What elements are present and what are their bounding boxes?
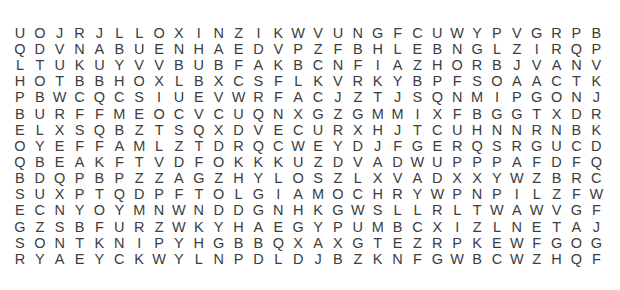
- grid-cell[interactable]: Q: [50, 170, 70, 186]
- grid-cell[interactable]: K: [586, 122, 606, 138]
- grid-cell[interactable]: N: [209, 251, 229, 267]
- grid-cell[interactable]: T: [149, 122, 169, 138]
- grid-cell[interactable]: O: [149, 106, 169, 122]
- grid-cell[interactable]: N: [169, 41, 189, 57]
- grid-cell[interactable]: V: [50, 41, 70, 57]
- grid-cell[interactable]: A: [109, 138, 129, 154]
- grid-cell[interactable]: M: [368, 219, 388, 235]
- grid-cell[interactable]: M: [388, 106, 408, 122]
- grid-cell[interactable]: C: [408, 219, 428, 235]
- grid-cell[interactable]: R: [467, 57, 487, 73]
- grid-cell[interactable]: G: [586, 235, 606, 251]
- grid-cell[interactable]: Y: [109, 203, 129, 219]
- grid-cell[interactable]: E: [427, 138, 447, 154]
- grid-cell[interactable]: C: [567, 138, 587, 154]
- grid-cell[interactable]: A: [288, 186, 308, 202]
- grid-cell[interactable]: D: [229, 203, 249, 219]
- grid-cell[interactable]: O: [567, 235, 587, 251]
- grid-cell[interactable]: I: [487, 90, 507, 106]
- grid-cell[interactable]: P: [447, 186, 467, 202]
- grid-cell[interactable]: A: [308, 235, 328, 251]
- grid-cell[interactable]: T: [30, 57, 50, 73]
- grid-cell[interactable]: P: [447, 154, 467, 170]
- grid-cell[interactable]: X: [149, 73, 169, 89]
- grid-cell[interactable]: F: [90, 138, 110, 154]
- grid-cell[interactable]: P: [467, 154, 487, 170]
- grid-cell[interactable]: C: [109, 90, 129, 106]
- grid-cell[interactable]: G: [348, 106, 368, 122]
- grid-cell[interactable]: K: [467, 235, 487, 251]
- grid-cell[interactable]: B: [189, 73, 209, 89]
- grid-cell[interactable]: W: [447, 25, 467, 41]
- grid-cell[interactable]: A: [209, 41, 229, 57]
- grid-cell[interactable]: B: [229, 235, 249, 251]
- grid-cell[interactable]: B: [90, 73, 110, 89]
- grid-cell[interactable]: A: [408, 170, 428, 186]
- grid-cell[interactable]: K: [268, 25, 288, 41]
- grid-cell[interactable]: P: [447, 235, 467, 251]
- grid-cell[interactable]: Z: [308, 154, 328, 170]
- grid-cell[interactable]: K: [308, 203, 328, 219]
- grid-cell[interactable]: G: [547, 235, 567, 251]
- grid-cell[interactable]: E: [129, 106, 149, 122]
- grid-cell[interactable]: V: [249, 122, 269, 138]
- grid-cell[interactable]: X: [427, 219, 447, 235]
- grid-cell[interactable]: B: [467, 106, 487, 122]
- grid-cell[interactable]: D: [249, 251, 269, 267]
- grid-cell[interactable]: Z: [348, 90, 368, 106]
- grid-cell[interactable]: Q: [90, 90, 110, 106]
- grid-cell[interactable]: I: [408, 106, 428, 122]
- grid-cell[interactable]: C: [209, 106, 229, 122]
- grid-cell[interactable]: E: [527, 219, 547, 235]
- grid-cell[interactable]: Z: [467, 219, 487, 235]
- grid-cell[interactable]: B: [10, 106, 30, 122]
- grid-cell[interactable]: M: [129, 138, 149, 154]
- grid-cell[interactable]: F: [586, 203, 606, 219]
- grid-cell[interactable]: I: [507, 186, 527, 202]
- grid-cell[interactable]: A: [388, 57, 408, 73]
- grid-cell[interactable]: C: [308, 57, 328, 73]
- grid-cell[interactable]: A: [368, 154, 388, 170]
- grid-cell[interactable]: W: [507, 235, 527, 251]
- grid-cell[interactable]: D: [209, 203, 229, 219]
- grid-cell[interactable]: U: [427, 154, 447, 170]
- grid-cell[interactable]: H: [10, 73, 30, 89]
- grid-cell[interactable]: A: [90, 41, 110, 57]
- grid-cell[interactable]: J: [388, 122, 408, 138]
- grid-cell[interactable]: M: [368, 106, 388, 122]
- grid-cell[interactable]: M: [129, 203, 149, 219]
- grid-cell[interactable]: N: [189, 203, 209, 219]
- grid-cell[interactable]: W: [487, 203, 507, 219]
- grid-cell[interactable]: K: [368, 251, 388, 267]
- grid-cell[interactable]: E: [50, 154, 70, 170]
- grid-cell[interactable]: S: [129, 90, 149, 106]
- grid-cell[interactable]: P: [70, 186, 90, 202]
- grid-cell[interactable]: C: [586, 170, 606, 186]
- grid-cell[interactable]: Z: [209, 170, 229, 186]
- grid-cell[interactable]: P: [70, 170, 90, 186]
- grid-cell[interactable]: E: [149, 41, 169, 57]
- grid-cell[interactable]: T: [189, 186, 209, 202]
- grid-cell[interactable]: G: [408, 138, 428, 154]
- grid-cell[interactable]: N: [348, 25, 368, 41]
- grid-cell[interactable]: K: [586, 73, 606, 89]
- grid-cell[interactable]: G: [467, 41, 487, 57]
- grid-cell[interactable]: I: [527, 41, 547, 57]
- grid-cell[interactable]: R: [50, 106, 70, 122]
- grid-cell[interactable]: B: [70, 73, 90, 89]
- grid-cell[interactable]: H: [229, 170, 249, 186]
- grid-cell[interactable]: P: [10, 90, 30, 106]
- grid-cell[interactable]: A: [249, 219, 269, 235]
- grid-cell[interactable]: O: [149, 25, 169, 41]
- grid-cell[interactable]: W: [527, 203, 547, 219]
- grid-cell[interactable]: Y: [70, 203, 90, 219]
- grid-cell[interactable]: S: [249, 73, 269, 89]
- grid-cell[interactable]: F: [90, 219, 110, 235]
- grid-cell[interactable]: X: [50, 186, 70, 202]
- grid-cell[interactable]: U: [129, 41, 149, 57]
- grid-cell[interactable]: B: [567, 122, 587, 138]
- grid-cell[interactable]: P: [487, 25, 507, 41]
- grid-cell[interactable]: J: [388, 90, 408, 106]
- grid-cell[interactable]: P: [567, 25, 587, 41]
- grid-cell[interactable]: J: [90, 25, 110, 41]
- grid-cell[interactable]: B: [209, 57, 229, 73]
- grid-cell[interactable]: O: [30, 73, 50, 89]
- grid-cell[interactable]: K: [268, 57, 288, 73]
- grid-cell[interactable]: Y: [90, 251, 110, 267]
- grid-cell[interactable]: W: [229, 90, 249, 106]
- grid-cell[interactable]: X: [547, 106, 567, 122]
- grid-cell[interactable]: X: [50, 122, 70, 138]
- grid-cell[interactable]: X: [169, 25, 189, 41]
- grid-cell[interactable]: A: [547, 57, 567, 73]
- grid-cell[interactable]: H: [109, 73, 129, 89]
- grid-cell[interactable]: T: [368, 235, 388, 251]
- grid-cell[interactable]: V: [547, 203, 567, 219]
- grid-cell[interactable]: A: [249, 57, 269, 73]
- grid-cell[interactable]: O: [547, 90, 567, 106]
- grid-cell[interactable]: K: [90, 235, 110, 251]
- grid-cell[interactable]: L: [30, 122, 50, 138]
- grid-cell[interactable]: R: [10, 251, 30, 267]
- grid-cell[interactable]: V: [348, 154, 368, 170]
- grid-cell[interactable]: U: [308, 122, 328, 138]
- grid-cell[interactable]: O: [10, 138, 30, 154]
- grid-cell[interactable]: D: [388, 154, 408, 170]
- grid-cell[interactable]: F: [447, 106, 467, 122]
- grid-cell[interactable]: P: [328, 219, 348, 235]
- grid-cell[interactable]: C: [70, 90, 90, 106]
- grid-cell[interactable]: E: [70, 251, 90, 267]
- grid-cell[interactable]: F: [229, 57, 249, 73]
- grid-cell[interactable]: Y: [169, 235, 189, 251]
- grid-cell[interactable]: Y: [209, 219, 229, 235]
- grid-cell[interactable]: F: [268, 90, 288, 106]
- grid-cell[interactable]: T: [408, 122, 428, 138]
- grid-cell[interactable]: Z: [527, 251, 547, 267]
- grid-cell[interactable]: Q: [567, 41, 587, 57]
- grid-cell[interactable]: L: [268, 170, 288, 186]
- grid-cell[interactable]: V: [388, 170, 408, 186]
- grid-cell[interactable]: G: [527, 138, 547, 154]
- grid-cell[interactable]: F: [348, 57, 368, 73]
- grid-cell[interactable]: S: [10, 186, 30, 202]
- grid-cell[interactable]: U: [10, 25, 30, 41]
- grid-cell[interactable]: E: [308, 138, 328, 154]
- grid-cell[interactable]: C: [109, 251, 129, 267]
- grid-cell[interactable]: U: [348, 219, 368, 235]
- grid-cell[interactable]: L: [149, 138, 169, 154]
- grid-cell[interactable]: A: [527, 73, 547, 89]
- grid-cell[interactable]: D: [586, 138, 606, 154]
- grid-cell[interactable]: J: [308, 251, 328, 267]
- grid-cell[interactable]: N: [209, 25, 229, 41]
- grid-cell[interactable]: P: [586, 41, 606, 57]
- grid-cell[interactable]: N: [507, 122, 527, 138]
- grid-cell[interactable]: U: [109, 219, 129, 235]
- grid-cell[interactable]: B: [10, 170, 30, 186]
- grid-cell[interactable]: W: [288, 138, 308, 154]
- grid-cell[interactable]: Y: [388, 73, 408, 89]
- grid-cell[interactable]: E: [10, 203, 30, 219]
- grid-cell[interactable]: E: [10, 122, 30, 138]
- grid-cell[interactable]: M: [467, 90, 487, 106]
- grid-cell[interactable]: Q: [249, 106, 269, 122]
- grid-cell[interactable]: I: [268, 186, 288, 202]
- grid-cell[interactable]: U: [288, 154, 308, 170]
- grid-cell[interactable]: U: [30, 106, 50, 122]
- grid-cell[interactable]: P: [109, 170, 129, 186]
- grid-cell[interactable]: W: [408, 154, 428, 170]
- grid-cell[interactable]: G: [209, 235, 229, 251]
- grid-cell[interactable]: D: [30, 41, 50, 57]
- grid-cell[interactable]: H: [189, 235, 209, 251]
- grid-cell[interactable]: I: [368, 57, 388, 73]
- grid-cell[interactable]: D: [348, 138, 368, 154]
- grid-cell[interactable]: S: [408, 90, 428, 106]
- grid-cell[interactable]: J: [368, 138, 388, 154]
- grid-cell[interactable]: N: [268, 203, 288, 219]
- grid-cell[interactable]: A: [507, 73, 527, 89]
- grid-cell[interactable]: H: [288, 203, 308, 219]
- grid-cell[interactable]: V: [149, 154, 169, 170]
- grid-cell[interactable]: B: [109, 41, 129, 57]
- grid-cell[interactable]: R: [388, 186, 408, 202]
- grid-cell[interactable]: S: [308, 170, 328, 186]
- grid-cell[interactable]: S: [50, 219, 70, 235]
- grid-cell[interactable]: O: [487, 73, 507, 89]
- grid-cell[interactable]: C: [408, 25, 428, 41]
- grid-cell[interactable]: N: [487, 122, 507, 138]
- grid-cell[interactable]: U: [328, 25, 348, 41]
- grid-cell[interactable]: P: [288, 41, 308, 57]
- grid-cell[interactable]: Y: [308, 219, 328, 235]
- grid-cell[interactable]: N: [567, 90, 587, 106]
- grid-cell[interactable]: C: [169, 106, 189, 122]
- grid-cell[interactable]: B: [586, 25, 606, 41]
- grid-cell[interactable]: X: [328, 235, 348, 251]
- grid-cell[interactable]: J: [586, 90, 606, 106]
- grid-cell[interactable]: D: [169, 154, 189, 170]
- grid-cell[interactable]: D: [427, 170, 447, 186]
- grid-cell[interactable]: B: [427, 41, 447, 57]
- grid-cell[interactable]: T: [90, 186, 110, 202]
- grid-cell[interactable]: H: [427, 57, 447, 73]
- grid-cell[interactable]: N: [388, 251, 408, 267]
- grid-cell[interactable]: K: [70, 57, 90, 73]
- grid-cell[interactable]: Q: [10, 154, 30, 170]
- grid-cell[interactable]: O: [447, 57, 467, 73]
- grid-cell[interactable]: L: [129, 25, 149, 41]
- grid-cell[interactable]: Z: [30, 219, 50, 235]
- grid-cell[interactable]: B: [328, 251, 348, 267]
- grid-cell[interactable]: O: [209, 154, 229, 170]
- grid-cell[interactable]: G: [567, 203, 587, 219]
- grid-cell[interactable]: Q: [427, 90, 447, 106]
- grid-cell[interactable]: H: [368, 41, 388, 57]
- grid-cell[interactable]: N: [50, 203, 70, 219]
- grid-cell[interactable]: N: [567, 57, 587, 73]
- grid-cell[interactable]: E: [408, 41, 428, 57]
- grid-cell[interactable]: F: [90, 106, 110, 122]
- grid-cell[interactable]: G: [487, 106, 507, 122]
- grid-cell[interactable]: Q: [586, 154, 606, 170]
- grid-cell[interactable]: A: [169, 170, 189, 186]
- grid-cell[interactable]: H: [368, 122, 388, 138]
- grid-cell[interactable]: E: [487, 235, 507, 251]
- grid-cell[interactable]: M: [308, 186, 328, 202]
- grid-cell[interactable]: U: [30, 186, 50, 202]
- grid-cell[interactable]: D: [567, 106, 587, 122]
- grid-cell[interactable]: V: [268, 41, 288, 57]
- grid-cell[interactable]: R: [328, 122, 348, 138]
- grid-cell[interactable]: F: [527, 154, 547, 170]
- grid-cell[interactable]: C: [268, 138, 288, 154]
- grid-cell[interactable]: V: [129, 57, 149, 73]
- grid-cell[interactable]: B: [169, 57, 189, 73]
- grid-cell[interactable]: U: [90, 57, 110, 73]
- grid-cell[interactable]: Q: [90, 122, 110, 138]
- grid-cell[interactable]: O: [30, 25, 50, 41]
- grid-cell[interactable]: L: [408, 203, 428, 219]
- grid-cell[interactable]: Y: [30, 138, 50, 154]
- grid-cell[interactable]: A: [567, 219, 587, 235]
- grid-cell[interactable]: X: [447, 170, 467, 186]
- grid-cell[interactable]: L: [109, 25, 129, 41]
- grid-cell[interactable]: Q: [249, 138, 269, 154]
- grid-cell[interactable]: I: [447, 219, 467, 235]
- grid-cell[interactable]: D: [129, 186, 149, 202]
- grid-cell[interactable]: F: [388, 138, 408, 154]
- grid-cell[interactable]: Z: [169, 138, 189, 154]
- grid-cell[interactable]: D: [209, 138, 229, 154]
- grid-cell[interactable]: N: [447, 90, 467, 106]
- grid-cell[interactable]: C: [348, 186, 368, 202]
- grid-cell[interactable]: W: [169, 219, 189, 235]
- grid-cell[interactable]: R: [427, 235, 447, 251]
- grid-cell[interactable]: K: [268, 154, 288, 170]
- grid-cell[interactable]: H: [368, 186, 388, 202]
- grid-cell[interactable]: I: [129, 235, 149, 251]
- grid-cell[interactable]: W: [507, 170, 527, 186]
- grid-cell[interactable]: U: [169, 90, 189, 106]
- grid-cell[interactable]: Q: [10, 41, 30, 57]
- grid-cell[interactable]: Y: [249, 170, 269, 186]
- grid-cell[interactable]: Z: [348, 251, 368, 267]
- grid-cell[interactable]: Y: [169, 251, 189, 267]
- grid-cell[interactable]: X: [288, 106, 308, 122]
- grid-cell[interactable]: X: [288, 235, 308, 251]
- grid-cell[interactable]: F: [70, 138, 90, 154]
- grid-cell[interactable]: R: [129, 219, 149, 235]
- grid-cell[interactable]: Z: [229, 25, 249, 41]
- grid-cell[interactable]: W: [169, 203, 189, 219]
- grid-cell[interactable]: V: [308, 25, 328, 41]
- grid-cell[interactable]: N: [328, 57, 348, 73]
- grid-cell[interactable]: K: [249, 154, 269, 170]
- grid-cell[interactable]: B: [30, 154, 50, 170]
- grid-cell[interactable]: V: [149, 57, 169, 73]
- grid-cell[interactable]: W: [348, 203, 368, 219]
- grid-cell[interactable]: Z: [527, 170, 547, 186]
- grid-cell[interactable]: U: [50, 57, 70, 73]
- grid-cell[interactable]: Y: [408, 186, 428, 202]
- grid-cell[interactable]: N: [447, 41, 467, 57]
- grid-cell[interactable]: U: [229, 106, 249, 122]
- grid-cell[interactable]: J: [586, 219, 606, 235]
- grid-cell[interactable]: B: [487, 57, 507, 73]
- grid-cell[interactable]: R: [249, 90, 269, 106]
- grid-cell[interactable]: O: [288, 170, 308, 186]
- grid-cell[interactable]: Y: [487, 170, 507, 186]
- grid-cell[interactable]: T: [129, 154, 149, 170]
- grid-cell[interactable]: R: [567, 170, 587, 186]
- grid-cell[interactable]: L: [348, 170, 368, 186]
- grid-cell[interactable]: B: [388, 219, 408, 235]
- grid-cell[interactable]: P: [487, 186, 507, 202]
- grid-cell[interactable]: G: [348, 235, 368, 251]
- grid-cell[interactable]: V: [209, 90, 229, 106]
- grid-cell[interactable]: O: [209, 186, 229, 202]
- grid-cell[interactable]: K: [308, 73, 328, 89]
- grid-cell[interactable]: C: [547, 73, 567, 89]
- grid-cell[interactable]: G: [288, 219, 308, 235]
- grid-cell[interactable]: M: [109, 106, 129, 122]
- grid-cell[interactable]: S: [487, 138, 507, 154]
- grid-cell[interactable]: H: [189, 41, 209, 57]
- grid-cell[interactable]: X: [467, 170, 487, 186]
- grid-cell[interactable]: O: [30, 235, 50, 251]
- grid-cell[interactable]: F: [169, 186, 189, 202]
- grid-cell[interactable]: N: [70, 41, 90, 57]
- grid-cell[interactable]: A: [507, 203, 527, 219]
- grid-cell[interactable]: I: [149, 90, 169, 106]
- grid-cell[interactable]: Z: [507, 41, 527, 57]
- grid-cell[interactable]: W: [149, 251, 169, 267]
- grid-cell[interactable]: F: [567, 186, 587, 202]
- grid-cell[interactable]: U: [427, 25, 447, 41]
- grid-cell[interactable]: D: [249, 41, 269, 57]
- grid-cell[interactable]: L: [527, 186, 547, 202]
- grid-cell[interactable]: P: [149, 235, 169, 251]
- grid-cell[interactable]: C: [308, 90, 328, 106]
- grid-cell[interactable]: G: [249, 186, 269, 202]
- grid-cell[interactable]: L: [189, 251, 209, 267]
